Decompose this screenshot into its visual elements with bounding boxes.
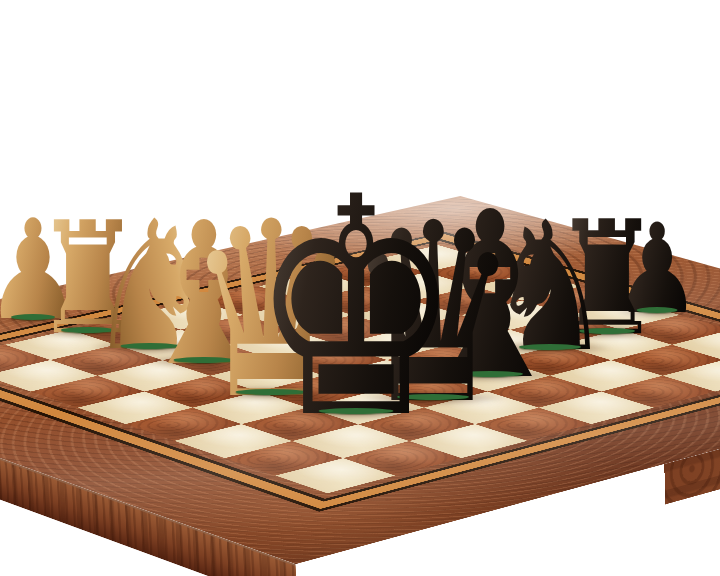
board-square	[410, 424, 528, 458]
board-square	[275, 458, 395, 493]
board-square	[539, 391, 654, 424]
board-square	[292, 424, 410, 458]
board-square	[210, 360, 323, 391]
board-square	[30, 376, 144, 408]
product-photo-stage: ♟♜♞♝♛♚♛♝♞♜♟ ♟♜♞♝♛♚♛♝♞♜♟	[0, 0, 720, 576]
board-square	[224, 441, 343, 476]
board-square	[323, 360, 436, 391]
board-square	[193, 391, 308, 424]
board-square	[175, 424, 293, 458]
board-square	[126, 408, 242, 441]
board-scene	[0, 0, 720, 576]
board-square	[358, 408, 474, 441]
board-square	[475, 408, 591, 441]
board-square	[97, 360, 210, 391]
board-square	[0, 360, 97, 391]
board-square	[259, 376, 373, 408]
board-square	[550, 360, 663, 391]
board-square	[663, 360, 720, 391]
board-square	[145, 376, 259, 408]
board-square	[487, 376, 601, 408]
board-square	[601, 376, 715, 408]
board-square	[437, 360, 550, 391]
board-square	[308, 391, 423, 424]
board-square	[242, 408, 358, 441]
board-square	[373, 376, 487, 408]
board-square	[77, 391, 192, 424]
board-square	[423, 391, 538, 424]
board-square	[343, 441, 462, 476]
